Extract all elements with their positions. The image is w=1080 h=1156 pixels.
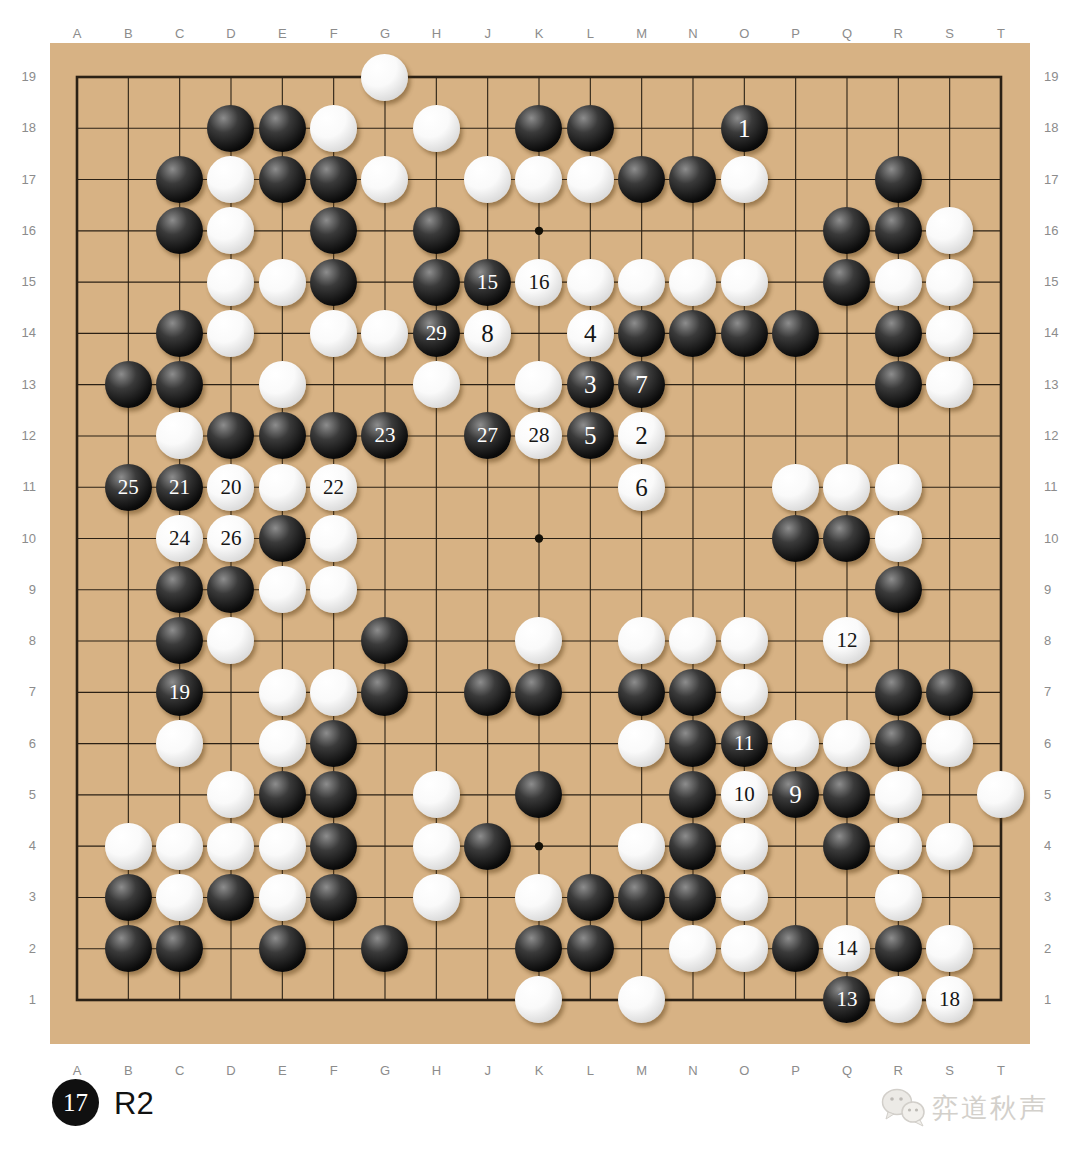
col-label-top-M: M <box>627 26 657 41</box>
stone-black-Q4 <box>823 823 870 870</box>
stone-black-G12: 23 <box>361 412 408 459</box>
row-label-left-9: 9 <box>8 582 36 598</box>
stone-white-J17 <box>464 156 511 203</box>
row-label-right-11: 11 <box>1044 479 1072 495</box>
stone-white-F14 <box>310 310 357 357</box>
stone-white-O3 <box>721 874 768 921</box>
stone-white-Q11 <box>823 464 870 511</box>
row-label-right-2: 2 <box>1044 941 1072 957</box>
stone-black-K2 <box>515 925 562 972</box>
row-label-right-1: 1 <box>1044 992 1072 1008</box>
stone-black-O6: 11 <box>721 720 768 767</box>
stone-white-F7 <box>310 669 357 716</box>
row-label-left-3: 3 <box>8 889 36 905</box>
stone-black-K18 <box>515 105 562 152</box>
stone-white-E13 <box>259 361 306 408</box>
row-label-right-15: 15 <box>1044 274 1072 290</box>
col-label-bottom-Q: Q <box>832 1063 862 1078</box>
row-label-left-14: 14 <box>8 325 36 341</box>
stone-white-G14 <box>361 310 408 357</box>
col-label-bottom-E: E <box>267 1063 297 1078</box>
stone-white-G17 <box>361 156 408 203</box>
stone-white-M12: 2 <box>618 412 665 459</box>
watermark: 弈道秋声 <box>880 1086 1048 1130</box>
stone-white-N15 <box>669 259 716 306</box>
stone-black-J12: 27 <box>464 412 511 459</box>
stone-white-H5 <box>413 771 460 818</box>
stone-black-J7 <box>464 669 511 716</box>
stones-layer: 1151629843723272852252120226242612191110… <box>51 51 1026 1025</box>
col-label-top-L: L <box>575 26 605 41</box>
col-label-bottom-C: C <box>165 1063 195 1078</box>
col-label-top-K: K <box>524 26 554 41</box>
stone-black-B2 <box>105 925 152 972</box>
stone-black-C2 <box>156 925 203 972</box>
stone-white-Q2: 14 <box>823 925 870 972</box>
stone-white-F9 <box>310 566 357 613</box>
stone-white-R5 <box>875 771 922 818</box>
stone-white-D16 <box>207 207 254 254</box>
stone-white-S2 <box>926 925 973 972</box>
stone-white-K3 <box>515 874 562 921</box>
stone-white-H4 <box>413 823 460 870</box>
watermark-text: 弈道秋声 <box>932 1090 1048 1126</box>
col-label-top-D: D <box>216 26 246 41</box>
col-label-top-A: A <box>62 26 92 41</box>
col-label-bottom-L: L <box>575 1063 605 1078</box>
row-label-right-5: 5 <box>1044 787 1072 803</box>
stone-white-M4 <box>618 823 665 870</box>
col-label-bottom-P: P <box>781 1063 811 1078</box>
stone-black-E10 <box>259 515 306 562</box>
row-label-left-15: 15 <box>8 274 36 290</box>
row-label-right-10: 10 <box>1044 531 1072 547</box>
stone-black-R9 <box>875 566 922 613</box>
col-label-top-P: P <box>781 26 811 41</box>
stone-white-K17 <box>515 156 562 203</box>
stone-black-M13: 7 <box>618 361 665 408</box>
stone-white-Q6 <box>823 720 870 767</box>
caption-move-stone: 17 <box>52 1079 99 1126</box>
stone-black-C11: 21 <box>156 464 203 511</box>
col-label-bottom-S: S <box>935 1063 965 1078</box>
stone-white-E7 <box>259 669 306 716</box>
stone-white-O4 <box>721 823 768 870</box>
stone-white-G19 <box>361 54 408 101</box>
stone-black-N7 <box>669 669 716 716</box>
col-label-top-O: O <box>729 26 759 41</box>
stone-black-E2 <box>259 925 306 972</box>
stone-white-O5: 10 <box>721 771 768 818</box>
stone-white-E6 <box>259 720 306 767</box>
row-label-left-1: 1 <box>8 992 36 1008</box>
stone-white-C6 <box>156 720 203 767</box>
stone-black-N4 <box>669 823 716 870</box>
stone-white-K15: 16 <box>515 259 562 306</box>
stone-white-O15 <box>721 259 768 306</box>
col-label-top-B: B <box>113 26 143 41</box>
row-label-left-5: 5 <box>8 787 36 803</box>
col-label-bottom-R: R <box>883 1063 913 1078</box>
stone-white-R10 <box>875 515 922 562</box>
stone-white-D17 <box>207 156 254 203</box>
stone-white-R3 <box>875 874 922 921</box>
row-label-left-16: 16 <box>8 223 36 239</box>
stone-white-M15 <box>618 259 665 306</box>
stone-black-R16 <box>875 207 922 254</box>
stone-black-N17 <box>669 156 716 203</box>
stone-black-L2 <box>567 925 614 972</box>
stone-black-C7: 19 <box>156 669 203 716</box>
stone-black-C14 <box>156 310 203 357</box>
stone-white-H18 <box>413 105 460 152</box>
row-label-left-17: 17 <box>8 172 36 188</box>
stone-black-R6 <box>875 720 922 767</box>
col-label-bottom-M: M <box>627 1063 657 1078</box>
stone-black-P10 <box>772 515 819 562</box>
col-label-bottom-K: K <box>524 1063 554 1078</box>
row-label-left-2: 2 <box>8 941 36 957</box>
caption-move-number: 17 <box>63 1089 88 1117</box>
row-label-right-6: 6 <box>1044 736 1072 752</box>
stone-white-C3 <box>156 874 203 921</box>
stone-black-C16 <box>156 207 203 254</box>
col-label-top-G: G <box>370 26 400 41</box>
stone-white-M11: 6 <box>618 464 665 511</box>
col-label-bottom-A: A <box>62 1063 92 1078</box>
stone-black-E18 <box>259 105 306 152</box>
stone-white-L15 <box>567 259 614 306</box>
stone-white-D8 <box>207 617 254 664</box>
stone-black-L18 <box>567 105 614 152</box>
stone-black-R7 <box>875 669 922 716</box>
stone-white-S15 <box>926 259 973 306</box>
stone-black-N5 <box>669 771 716 818</box>
stone-white-O7 <box>721 669 768 716</box>
wechat-icon <box>880 1088 926 1128</box>
row-label-left-11: 11 <box>8 479 36 495</box>
col-label-top-E: E <box>267 26 297 41</box>
stone-white-H3 <box>413 874 460 921</box>
row-label-left-19: 19 <box>8 69 36 85</box>
row-label-left-10: 10 <box>8 531 36 547</box>
stone-white-C12 <box>156 412 203 459</box>
stone-white-O8 <box>721 617 768 664</box>
stone-white-O17 <box>721 156 768 203</box>
stone-black-F15 <box>310 259 357 306</box>
stone-white-E3 <box>259 874 306 921</box>
stone-black-M7 <box>618 669 665 716</box>
stone-black-R13 <box>875 361 922 408</box>
stone-white-D5 <box>207 771 254 818</box>
col-label-bottom-D: D <box>216 1063 246 1078</box>
stone-white-D10: 26 <box>207 515 254 562</box>
stone-black-F4 <box>310 823 357 870</box>
stone-white-N2 <box>669 925 716 972</box>
stone-black-N3 <box>669 874 716 921</box>
stone-white-R4 <box>875 823 922 870</box>
stone-white-M6 <box>618 720 665 767</box>
row-label-left-6: 6 <box>8 736 36 752</box>
row-label-right-17: 17 <box>1044 172 1072 188</box>
col-label-top-F: F <box>319 26 349 41</box>
stone-black-L3 <box>567 874 614 921</box>
stone-black-E5 <box>259 771 306 818</box>
stone-white-C4 <box>156 823 203 870</box>
stone-white-P11 <box>772 464 819 511</box>
row-label-left-12: 12 <box>8 428 36 444</box>
stone-white-Q8: 12 <box>823 617 870 664</box>
stone-black-E12 <box>259 412 306 459</box>
stone-black-Q10 <box>823 515 870 562</box>
stone-black-K5 <box>515 771 562 818</box>
row-label-right-16: 16 <box>1044 223 1072 239</box>
stone-black-B3 <box>105 874 152 921</box>
stone-black-O18: 1 <box>721 105 768 152</box>
stone-black-H14: 29 <box>413 310 460 357</box>
col-label-bottom-O: O <box>729 1063 759 1078</box>
col-label-bottom-N: N <box>678 1063 708 1078</box>
stone-black-M17 <box>618 156 665 203</box>
stone-white-L17 <box>567 156 614 203</box>
stone-white-H13 <box>413 361 460 408</box>
stone-white-B4 <box>105 823 152 870</box>
col-label-top-N: N <box>678 26 708 41</box>
stone-white-S16 <box>926 207 973 254</box>
stone-white-F18 <box>310 105 357 152</box>
stone-black-D12 <box>207 412 254 459</box>
stone-white-M1 <box>618 976 665 1023</box>
col-label-top-H: H <box>421 26 451 41</box>
stone-black-G7 <box>361 669 408 716</box>
stone-black-O14 <box>721 310 768 357</box>
row-label-right-7: 7 <box>1044 684 1072 700</box>
stone-white-M8 <box>618 617 665 664</box>
stone-black-L13: 3 <box>567 361 614 408</box>
stone-white-D14 <box>207 310 254 357</box>
stone-white-R15 <box>875 259 922 306</box>
row-label-right-13: 13 <box>1044 377 1072 393</box>
row-label-left-4: 4 <box>8 838 36 854</box>
stone-black-Q5 <box>823 771 870 818</box>
col-label-bottom-T: T <box>986 1063 1016 1078</box>
stone-black-S7 <box>926 669 973 716</box>
stone-white-S6 <box>926 720 973 767</box>
stone-black-L12: 5 <box>567 412 614 459</box>
stone-black-J15: 15 <box>464 259 511 306</box>
stone-black-B13 <box>105 361 152 408</box>
stone-black-J4 <box>464 823 511 870</box>
stone-black-H16 <box>413 207 460 254</box>
stone-white-E4 <box>259 823 306 870</box>
row-label-right-14: 14 <box>1044 325 1072 341</box>
stone-black-C17 <box>156 156 203 203</box>
row-label-right-8: 8 <box>1044 633 1072 649</box>
row-label-left-8: 8 <box>8 633 36 649</box>
stone-white-K1 <box>515 976 562 1023</box>
row-label-right-9: 9 <box>1044 582 1072 598</box>
stone-black-H15 <box>413 259 460 306</box>
col-label-top-J: J <box>473 26 503 41</box>
row-label-right-3: 3 <box>1044 889 1072 905</box>
stone-white-E11 <box>259 464 306 511</box>
col-label-bottom-G: G <box>370 1063 400 1078</box>
col-label-top-T: T <box>986 26 1016 41</box>
row-label-left-7: 7 <box>8 684 36 700</box>
stone-black-Q1: 13 <box>823 976 870 1023</box>
col-label-bottom-J: J <box>473 1063 503 1078</box>
row-label-right-18: 18 <box>1044 120 1072 136</box>
col-label-bottom-B: B <box>113 1063 143 1078</box>
stone-black-F3 <box>310 874 357 921</box>
stone-white-S13 <box>926 361 973 408</box>
col-label-top-S: S <box>935 26 965 41</box>
stone-white-D11: 20 <box>207 464 254 511</box>
stone-white-E15 <box>259 259 306 306</box>
stone-black-Q15 <box>823 259 870 306</box>
stone-black-G8 <box>361 617 408 664</box>
stone-white-R1 <box>875 976 922 1023</box>
stone-black-M3 <box>618 874 665 921</box>
row-label-right-4: 4 <box>1044 838 1072 854</box>
stone-black-M14 <box>618 310 665 357</box>
stone-white-J14: 8 <box>464 310 511 357</box>
col-label-top-C: C <box>165 26 195 41</box>
stone-black-P2 <box>772 925 819 972</box>
stone-black-P14 <box>772 310 819 357</box>
stone-black-F16 <box>310 207 357 254</box>
stone-black-G2 <box>361 925 408 972</box>
row-label-left-13: 13 <box>8 377 36 393</box>
caption-coordinate: R2 <box>114 1086 154 1122</box>
stone-white-K13 <box>515 361 562 408</box>
stone-black-F6 <box>310 720 357 767</box>
col-label-bottom-H: H <box>421 1063 451 1078</box>
stone-white-C10: 24 <box>156 515 203 562</box>
stone-black-B11: 25 <box>105 464 152 511</box>
stone-black-E17 <box>259 156 306 203</box>
stone-white-S1: 18 <box>926 976 973 1023</box>
row-label-left-18: 18 <box>8 120 36 136</box>
stone-white-F10 <box>310 515 357 562</box>
stone-black-Q16 <box>823 207 870 254</box>
stone-white-S14 <box>926 310 973 357</box>
col-label-top-R: R <box>883 26 913 41</box>
stone-black-R17 <box>875 156 922 203</box>
stone-white-L14: 4 <box>567 310 614 357</box>
stone-black-F12 <box>310 412 357 459</box>
stone-white-K8 <box>515 617 562 664</box>
stone-black-C8 <box>156 617 203 664</box>
stone-black-C13 <box>156 361 203 408</box>
stone-black-R2 <box>875 925 922 972</box>
stone-black-N6 <box>669 720 716 767</box>
stone-white-S4 <box>926 823 973 870</box>
stone-black-F5 <box>310 771 357 818</box>
row-label-right-12: 12 <box>1044 428 1072 444</box>
stone-white-O2 <box>721 925 768 972</box>
stone-white-R11 <box>875 464 922 511</box>
stone-black-C9 <box>156 566 203 613</box>
row-label-right-19: 19 <box>1044 69 1072 85</box>
stone-white-E9 <box>259 566 306 613</box>
stone-black-K7 <box>515 669 562 716</box>
stone-white-P6 <box>772 720 819 767</box>
stone-white-D15 <box>207 259 254 306</box>
stone-black-D3 <box>207 874 254 921</box>
col-label-top-Q: Q <box>832 26 862 41</box>
stone-white-T5 <box>977 771 1024 818</box>
stone-black-F17 <box>310 156 357 203</box>
stone-white-F11: 22 <box>310 464 357 511</box>
stone-black-N14 <box>669 310 716 357</box>
stone-white-D4 <box>207 823 254 870</box>
stone-black-P5: 9 <box>772 771 819 818</box>
stone-white-N8 <box>669 617 716 664</box>
stone-black-D18 <box>207 105 254 152</box>
stone-black-R14 <box>875 310 922 357</box>
col-label-bottom-F: F <box>319 1063 349 1078</box>
stone-black-D9 <box>207 566 254 613</box>
stone-white-K12: 28 <box>515 412 562 459</box>
